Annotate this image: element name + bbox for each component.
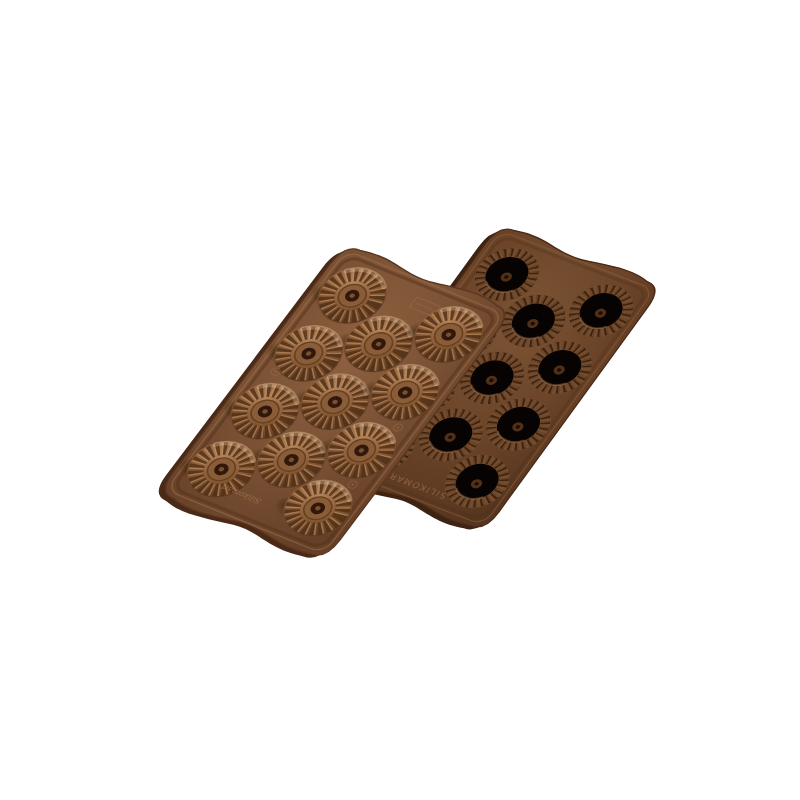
page: { "scene": { "background": "#ffffff", "w… bbox=[0, 0, 800, 800]
chocolate-mold-product-photo: SILIKOMARTSilikomart bbox=[0, 0, 800, 800]
product-photo-stage: SILIKOMARTSilikomart bbox=[0, 0, 800, 800]
